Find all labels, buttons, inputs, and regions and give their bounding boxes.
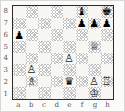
rank-label-4: 4 [0,53,11,65]
rank-label-2: 2 [0,76,11,88]
square-b3[interactable]: ♙ [26,64,39,76]
square-b7[interactable] [26,18,39,30]
square-a1[interactable] [13,87,26,99]
rank-labels: 87654321 [0,5,11,100]
square-g5[interactable]: ♕ [88,41,101,53]
file-label-g: g [89,99,102,111]
rank-label-3: 3 [0,64,11,76]
square-g2[interactable]: ♙ [88,76,101,88]
square-d6[interactable] [51,29,64,41]
white-bishop-b2: ♗ [27,76,37,87]
white-king-g1: ♔ [89,87,99,98]
square-g6[interactable] [88,29,101,41]
square-b6[interactable] [26,29,39,41]
square-g4[interactable] [88,53,101,65]
square-e3[interactable] [63,64,76,76]
black-pawn-a6: ♟ [14,29,24,40]
square-h4[interactable] [101,53,114,65]
square-d1[interactable] [51,87,64,99]
file-label-f: f [76,99,89,111]
file-label-d: d [50,99,63,111]
file-labels: abcdefgh [12,99,114,111]
chess-diagram: 87654321 ♝♚♟♟♟♟♕♙♙♗♛♙♖♔ abcdefgh [0,0,125,112]
square-c4[interactable] [38,53,51,65]
square-g1[interactable]: ♔ [88,87,101,99]
square-a6[interactable]: ♟ [13,29,26,41]
square-c7[interactable] [38,18,51,30]
white-rook-h2: ♖ [102,76,112,87]
square-c1[interactable] [38,87,51,99]
file-label-b: b [25,99,38,111]
square-f6[interactable] [76,29,89,41]
square-f1[interactable] [76,87,89,99]
chess-board: ♝♚♟♟♟♟♕♙♙♗♛♙♖♔ [12,5,114,100]
square-d3[interactable] [51,64,64,76]
square-a4[interactable] [13,53,26,65]
file-label-a: a [12,99,25,111]
square-h3[interactable] [101,64,114,76]
square-h5[interactable] [101,41,114,53]
black-pawn-h7: ♟ [102,18,112,29]
square-f3[interactable] [76,64,89,76]
rank-label-1: 1 [0,88,11,100]
black-king-h8: ♚ [102,6,112,17]
square-b5[interactable] [26,41,39,53]
white-pawn-e4: ♙ [64,53,74,64]
square-d5[interactable] [51,41,64,53]
square-h8[interactable]: ♚ [101,6,114,18]
rank-label-8: 8 [0,5,11,17]
square-f2[interactable] [76,76,89,88]
square-d4[interactable] [51,53,64,65]
square-a2[interactable] [13,76,26,88]
square-e7[interactable] [63,18,76,30]
black-queen-e2: ♛ [64,76,74,87]
square-f7[interactable]: ♟ [76,18,89,30]
square-c5[interactable] [38,41,51,53]
square-e4[interactable]: ♙ [63,53,76,65]
square-a7[interactable] [13,18,26,30]
black-pawn-f7: ♟ [77,18,87,29]
square-d8[interactable] [51,6,64,18]
square-c6[interactable] [38,29,51,41]
square-d2[interactable] [51,76,64,88]
square-f8[interactable]: ♝ [76,6,89,18]
square-b2[interactable]: ♗ [26,76,39,88]
black-pawn-g7: ♟ [89,18,99,29]
white-pawn-b3: ♙ [27,64,37,75]
square-f5[interactable] [76,41,89,53]
square-e2[interactable]: ♛ [63,76,76,88]
square-h7[interactable]: ♟ [101,18,114,30]
square-a5[interactable] [13,41,26,53]
file-label-c: c [38,99,51,111]
square-d7[interactable] [51,18,64,30]
square-a3[interactable] [13,64,26,76]
square-b4[interactable] [26,53,39,65]
square-h6[interactable] [101,29,114,41]
square-c3[interactable] [38,64,51,76]
white-queen-g5: ♕ [89,41,99,52]
square-b1[interactable] [26,87,39,99]
square-h2[interactable]: ♖ [101,76,114,88]
square-g3[interactable] [88,64,101,76]
square-b8[interactable] [26,6,39,18]
black-bishop-f8: ♝ [77,6,87,17]
square-e8[interactable] [63,6,76,18]
square-g7[interactable]: ♟ [88,18,101,30]
white-pawn-g2: ♙ [89,76,99,87]
square-g8[interactable] [88,6,101,18]
rank-label-6: 6 [0,29,11,41]
square-c2[interactable] [38,76,51,88]
square-f4[interactable] [76,53,89,65]
square-h1[interactable] [101,87,114,99]
square-e5[interactable] [63,41,76,53]
rank-label-5: 5 [0,41,11,53]
file-label-h: h [101,99,114,111]
square-c8[interactable] [38,6,51,18]
square-e6[interactable] [63,29,76,41]
square-e1[interactable] [63,87,76,99]
square-a8[interactable] [13,6,26,18]
file-label-e: e [63,99,76,111]
rank-label-7: 7 [0,17,11,29]
